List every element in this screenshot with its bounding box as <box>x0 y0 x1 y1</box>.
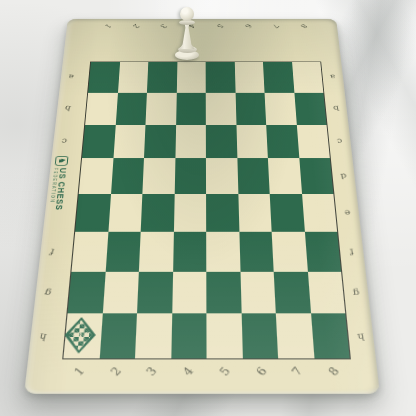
square-e1[interactable] <box>75 194 110 232</box>
coord-bottom-8: 8 <box>326 365 341 378</box>
square-a6[interactable] <box>234 62 264 92</box>
square-d6[interactable] <box>237 158 270 194</box>
coord-right-b: b <box>333 105 340 112</box>
coord-left-g: g <box>43 288 52 297</box>
square-b8[interactable] <box>294 93 327 125</box>
photo-scene: ♞ US CHESS FEDERATION ♞♝♟ 12345678123456… <box>0 0 416 416</box>
square-b1[interactable] <box>85 93 117 125</box>
us-chess-logo: ♞ US CHESS FEDERATION <box>47 156 70 234</box>
square-b4[interactable] <box>176 93 206 125</box>
coord-top-2: 2 <box>131 23 140 29</box>
square-f7[interactable] <box>272 232 308 272</box>
square-h6[interactable] <box>241 314 278 359</box>
square-b6[interactable] <box>235 93 266 125</box>
square-c6[interactable] <box>236 125 268 159</box>
coord-bottom-1: 1 <box>72 365 87 378</box>
square-g3[interactable] <box>137 271 173 313</box>
square-e5[interactable] <box>206 194 239 232</box>
square-e7[interactable] <box>270 194 305 232</box>
square-d5[interactable] <box>206 158 238 194</box>
square-a2[interactable] <box>118 62 149 92</box>
square-g2[interactable] <box>102 271 139 313</box>
square-h8[interactable] <box>311 314 350 359</box>
square-c5[interactable] <box>206 125 237 159</box>
coord-top-8: 8 <box>299 23 308 29</box>
coord-right-d: d <box>340 172 348 180</box>
coord-top-1: 1 <box>103 23 112 29</box>
square-f1[interactable] <box>71 232 107 272</box>
square-c7[interactable] <box>266 125 299 159</box>
federation-crest-icon: ♞♝♟ <box>63 317 97 353</box>
pawn-head <box>180 7 194 21</box>
square-h4[interactable] <box>171 314 207 359</box>
coord-left-c: c <box>61 137 68 144</box>
square-d2[interactable] <box>111 158 144 194</box>
square-f6[interactable] <box>239 232 274 272</box>
square-a7[interactable] <box>263 62 294 92</box>
square-d3[interactable] <box>142 158 175 194</box>
coord-right-a: a <box>330 73 337 79</box>
square-b2[interactable] <box>115 93 147 125</box>
square-b5[interactable] <box>206 93 236 125</box>
square-h3[interactable] <box>135 314 172 359</box>
coord-right-c: c <box>336 137 343 144</box>
square-c3[interactable] <box>144 125 176 159</box>
square-c8[interactable] <box>296 125 330 159</box>
square-a5[interactable] <box>206 62 235 92</box>
square-g6[interactable] <box>240 271 276 313</box>
coord-top-5: 5 <box>215 23 224 29</box>
crest-piece-glyphs: ♞♝♟ <box>63 317 97 353</box>
coord-left-f: f <box>49 247 55 255</box>
square-a3[interactable] <box>147 62 177 92</box>
square-h5[interactable] <box>206 314 242 359</box>
square-d8[interactable] <box>299 158 334 194</box>
coord-bottom-4: 4 <box>181 365 196 378</box>
square-f5[interactable] <box>206 232 240 272</box>
square-g7[interactable] <box>274 271 311 313</box>
square-c2[interactable] <box>113 125 145 159</box>
square-a1[interactable] <box>88 62 119 92</box>
square-f4[interactable] <box>173 232 207 272</box>
coord-left-h: h <box>38 332 47 342</box>
square-d7[interactable] <box>268 158 302 194</box>
square-f3[interactable] <box>139 232 174 272</box>
pawn-body <box>177 23 197 49</box>
square-f8[interactable] <box>304 232 341 272</box>
coord-top-6: 6 <box>243 23 252 29</box>
square-e8[interactable] <box>302 194 338 232</box>
coord-right-g: g <box>352 288 360 297</box>
square-a4[interactable] <box>176 62 205 92</box>
coord-bottom-7: 7 <box>290 365 305 378</box>
coord-right-h: h <box>357 332 366 342</box>
square-e6[interactable] <box>238 194 272 232</box>
square-c4[interactable] <box>175 125 206 159</box>
square-g4[interactable] <box>172 271 207 313</box>
square-d4[interactable] <box>174 158 206 194</box>
square-g5[interactable] <box>206 271 241 313</box>
board-grid <box>62 62 351 360</box>
square-e2[interactable] <box>108 194 142 232</box>
coord-bottom-6: 6 <box>254 365 269 378</box>
coord-bottom-5: 5 <box>217 365 232 378</box>
chess-mat: ♞ US CHESS FEDERATION ♞♝♟ 12345678123456… <box>24 19 380 394</box>
coord-left-b: b <box>64 104 72 111</box>
coord-right-e: e <box>344 209 351 217</box>
square-c1[interactable] <box>82 125 115 159</box>
square-b7[interactable] <box>265 93 297 125</box>
square-g8[interactable] <box>307 271 345 313</box>
square-e3[interactable] <box>141 194 175 232</box>
square-h7[interactable] <box>276 314 314 359</box>
square-h2[interactable] <box>99 314 137 359</box>
coord-top-7: 7 <box>271 23 280 29</box>
coord-top-3: 3 <box>159 23 168 29</box>
square-g1[interactable] <box>68 271 106 313</box>
knight-badge-icon: ♞ <box>55 156 69 166</box>
square-a8[interactable] <box>292 62 324 92</box>
coord-left-a: a <box>68 73 75 80</box>
coord-bottom-2: 2 <box>108 365 123 378</box>
coord-right-f: f <box>349 247 354 255</box>
square-b3[interactable] <box>145 93 176 125</box>
square-f2[interactable] <box>105 232 140 272</box>
white-pawn[interactable] <box>173 4 201 62</box>
coord-bottom-3: 3 <box>145 365 160 378</box>
square-e4[interactable] <box>173 194 206 232</box>
square-d1[interactable] <box>79 158 113 194</box>
